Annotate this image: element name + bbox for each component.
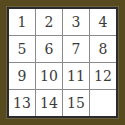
tile-6[interactable]: 6	[36, 36, 62, 62]
tile-2[interactable]: 2	[36, 9, 62, 35]
tile-12[interactable]: 12	[90, 63, 116, 89]
tile-5[interactable]: 5	[9, 36, 35, 62]
tile-8[interactable]: 8	[90, 36, 116, 62]
fifteen-puzzle-board: 123456789101112131415	[7, 7, 118, 118]
tile-15[interactable]: 15	[63, 90, 89, 116]
tile-1[interactable]: 1	[9, 9, 35, 35]
tile-11[interactable]: 11	[63, 63, 89, 89]
tile-14[interactable]: 14	[36, 90, 62, 116]
tile-9[interactable]: 9	[9, 63, 35, 89]
tile-3[interactable]: 3	[63, 9, 89, 35]
tile-13[interactable]: 13	[9, 90, 35, 116]
tile-7[interactable]: 7	[63, 36, 89, 62]
tile-10[interactable]: 10	[36, 63, 62, 89]
tile-4[interactable]: 4	[90, 9, 116, 35]
empty-cell	[90, 90, 116, 116]
